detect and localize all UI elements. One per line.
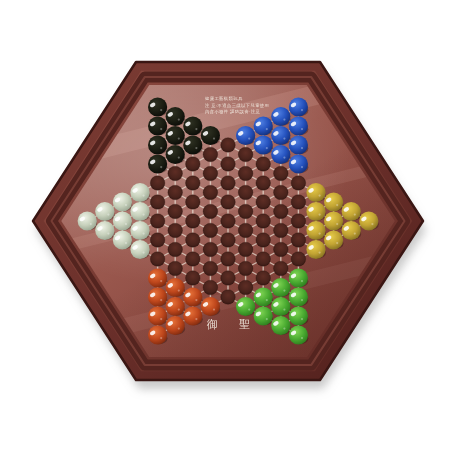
- hole[interactable]: [203, 185, 218, 200]
- hole[interactable]: [203, 280, 218, 295]
- hole[interactable]: [274, 204, 289, 219]
- hole[interactable]: [274, 223, 289, 238]
- hole[interactable]: [168, 185, 183, 200]
- hole[interactable]: [203, 204, 218, 219]
- hole[interactable]: [256, 157, 271, 172]
- hole[interactable]: [221, 233, 236, 248]
- hole[interactable]: [256, 176, 271, 191]
- hole[interactable]: [150, 195, 165, 210]
- hole[interactable]: [221, 214, 236, 229]
- hole[interactable]: [221, 176, 236, 191]
- top-label-line1: 健康工藝棋類玩具: [205, 96, 243, 101]
- hole[interactable]: [150, 214, 165, 229]
- page-background: 健康工藝棋類玩具 注 意:不適合三歲以下兒童使用 內含小物件 謹防誤食·注意 御…: [0, 0, 452, 452]
- top-label-line2: 注 意:不適合三歲以下兒童使用: [205, 103, 269, 108]
- hole[interactable]: [221, 138, 236, 153]
- hole[interactable]: [256, 271, 271, 286]
- hole[interactable]: [203, 261, 218, 276]
- hole[interactable]: [274, 166, 289, 181]
- hole[interactable]: [238, 242, 253, 257]
- hole[interactable]: [203, 223, 218, 238]
- hole[interactable]: [168, 242, 183, 257]
- hole[interactable]: [291, 252, 306, 267]
- hole[interactable]: [256, 195, 271, 210]
- hole[interactable]: [274, 185, 289, 200]
- hole[interactable]: [186, 176, 201, 191]
- hole[interactable]: [186, 214, 201, 229]
- hole[interactable]: [291, 176, 306, 191]
- hole[interactable]: [221, 252, 236, 267]
- hole[interactable]: [168, 204, 183, 219]
- hole[interactable]: [168, 261, 183, 276]
- hole[interactable]: [238, 223, 253, 238]
- hole[interactable]: [274, 242, 289, 257]
- hole[interactable]: [238, 185, 253, 200]
- hole[interactable]: [256, 252, 271, 267]
- hole[interactable]: [256, 214, 271, 229]
- hole[interactable]: [238, 280, 253, 295]
- hole[interactable]: [291, 195, 306, 210]
- hole[interactable]: [186, 271, 201, 286]
- hole[interactable]: [203, 147, 218, 162]
- hole[interactable]: [168, 223, 183, 238]
- hole[interactable]: [221, 157, 236, 172]
- hole[interactable]: [238, 261, 253, 276]
- hole[interactable]: [168, 166, 183, 181]
- hole[interactable]: [186, 252, 201, 267]
- hole[interactable]: [291, 214, 306, 229]
- hole[interactable]: [150, 233, 165, 248]
- hole[interactable]: [221, 195, 236, 210]
- hole[interactable]: [238, 147, 253, 162]
- hole[interactable]: [203, 242, 218, 257]
- hole[interactable]: [203, 166, 218, 181]
- hole[interactable]: [221, 290, 236, 305]
- hole[interactable]: [256, 233, 271, 248]
- hole[interactable]: [238, 166, 253, 181]
- hole[interactable]: [291, 233, 306, 248]
- hole[interactable]: [150, 176, 165, 191]
- hole[interactable]: [221, 271, 236, 286]
- hole[interactable]: [186, 157, 201, 172]
- hole[interactable]: [274, 261, 289, 276]
- chinese-checkers-board: 健康工藝棋類玩具 注 意:不適合三歲以下兒童使用 內含小物件 謹防誤食·注意 御…: [0, 0, 452, 452]
- brand-label: 御 聖: [206, 318, 259, 330]
- hole[interactable]: [186, 233, 201, 248]
- hole[interactable]: [238, 204, 253, 219]
- hole[interactable]: [186, 195, 201, 210]
- hole[interactable]: [150, 252, 165, 267]
